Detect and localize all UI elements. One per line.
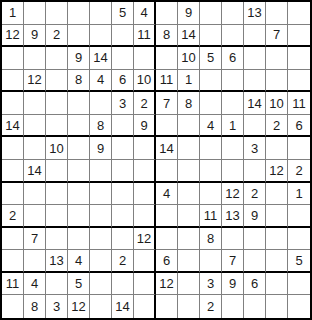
cell-r10c5[interactable] xyxy=(90,205,112,228)
cell-r2c12[interactable] xyxy=(244,25,266,48)
cell-r10c9[interactable] xyxy=(178,205,200,228)
cell-r2c6[interactable] xyxy=(112,25,134,48)
cell-r6c3[interactable] xyxy=(46,115,68,138)
cell-r4c14[interactable] xyxy=(288,70,310,93)
cell-r4c6[interactable]: 6 xyxy=(112,70,134,93)
cell-r6c13[interactable]: 2 xyxy=(266,115,288,138)
cell-r12c14[interactable]: 5 xyxy=(288,250,310,273)
cell-r5c12[interactable]: 14 xyxy=(244,92,266,115)
cell-r2c3[interactable]: 2 xyxy=(46,25,68,48)
cell-r14c4[interactable]: 12 xyxy=(68,295,90,318)
cell-r1c7[interactable]: 4 xyxy=(134,2,156,25)
cell-r3c8[interactable] xyxy=(156,47,178,70)
cell-r12c9[interactable] xyxy=(178,250,200,273)
cell-r3c11[interactable]: 6 xyxy=(222,47,244,70)
cell-r1c13[interactable] xyxy=(266,2,288,25)
cell-r4c4[interactable]: 8 xyxy=(68,70,90,93)
cell-r4c7[interactable]: 10 xyxy=(134,70,156,93)
cell-r9c6[interactable] xyxy=(112,183,134,206)
cell-r11c6[interactable] xyxy=(112,228,134,251)
cell-r11c3[interactable] xyxy=(46,228,68,251)
cell-r8c4[interactable] xyxy=(68,160,90,183)
cell-r1c3[interactable] xyxy=(46,2,68,25)
cell-r14c2[interactable]: 8 xyxy=(24,295,46,318)
cell-r2c10[interactable] xyxy=(200,25,222,48)
cell-r10c7[interactable] xyxy=(134,205,156,228)
cell-r4c2[interactable]: 12 xyxy=(24,70,46,93)
cell-r13c12[interactable]: 6 xyxy=(244,273,266,296)
cell-r7c9[interactable] xyxy=(178,137,200,160)
cell-r5c6[interactable]: 3 xyxy=(112,92,134,115)
cell-r1c11[interactable] xyxy=(222,2,244,25)
cell-r8c1[interactable] xyxy=(2,160,24,183)
cell-r9c11[interactable]: 12 xyxy=(222,183,244,206)
cell-r8c8[interactable] xyxy=(156,160,178,183)
cell-r14c5[interactable] xyxy=(90,295,112,318)
cell-r4c3[interactable] xyxy=(46,70,68,93)
cell-r8c11[interactable] xyxy=(222,160,244,183)
cell-r7c13[interactable] xyxy=(266,137,288,160)
cell-r12c5[interactable] xyxy=(90,250,112,273)
cell-r14c7[interactable] xyxy=(134,295,156,318)
cell-r6c1[interactable]: 14 xyxy=(2,115,24,138)
cell-r1c14[interactable] xyxy=(288,2,310,25)
cell-r14c6[interactable]: 14 xyxy=(112,295,134,318)
cell-r11c12[interactable] xyxy=(244,228,266,251)
cell-r13c5[interactable] xyxy=(90,273,112,296)
cell-r4c9[interactable]: 1 xyxy=(178,70,200,93)
cell-r9c2[interactable] xyxy=(24,183,46,206)
cell-r11c14[interactable] xyxy=(288,228,310,251)
cell-r10c14[interactable] xyxy=(288,205,310,228)
cell-r7c2[interactable] xyxy=(24,137,46,160)
cell-r10c12[interactable]: 9 xyxy=(244,205,266,228)
cell-r7c8[interactable]: 14 xyxy=(156,137,178,160)
cell-r14c13[interactable] xyxy=(266,295,288,318)
cell-r12c8[interactable]: 6 xyxy=(156,250,178,273)
cell-r12c13[interactable] xyxy=(266,250,288,273)
cell-r13c8[interactable]: 12 xyxy=(156,273,178,296)
cell-r8c5[interactable] xyxy=(90,160,112,183)
cell-r9c10[interactable] xyxy=(200,183,222,206)
sudoku-board: 1549131292118147914105612846101113278141… xyxy=(0,0,312,320)
cell-r6c10[interactable]: 4 xyxy=(200,115,222,138)
cell-r2c5[interactable] xyxy=(90,25,112,48)
cell-r2c4[interactable] xyxy=(68,25,90,48)
cell-r5c14[interactable]: 11 xyxy=(288,92,310,115)
cell-r10c13[interactable] xyxy=(266,205,288,228)
cell-r4c12[interactable] xyxy=(244,70,266,93)
cell-r13c10[interactable]: 3 xyxy=(200,273,222,296)
cell-r10c6[interactable] xyxy=(112,205,134,228)
cell-r11c8[interactable] xyxy=(156,228,178,251)
cell-r10c3[interactable] xyxy=(46,205,68,228)
cell-r4c8[interactable]: 11 xyxy=(156,70,178,93)
cell-r14c10[interactable]: 2 xyxy=(200,295,222,318)
cell-r14c12[interactable] xyxy=(244,295,266,318)
cell-r3c6[interactable] xyxy=(112,47,134,70)
cell-r6c12[interactable] xyxy=(244,115,266,138)
cell-r9c13[interactable] xyxy=(266,183,288,206)
cell-r11c10[interactable]: 8 xyxy=(200,228,222,251)
cell-r12c4[interactable]: 4 xyxy=(68,250,90,273)
cell-r6c8[interactable] xyxy=(156,115,178,138)
cell-r7c11[interactable] xyxy=(222,137,244,160)
cell-r7c10[interactable] xyxy=(200,137,222,160)
cell-r10c2[interactable] xyxy=(24,205,46,228)
cell-r6c11[interactable]: 1 xyxy=(222,115,244,138)
cell-r3c13[interactable] xyxy=(266,47,288,70)
cell-r8c3[interactable] xyxy=(46,160,68,183)
cell-r13c3[interactable] xyxy=(46,273,68,296)
cell-r3c9[interactable]: 10 xyxy=(178,47,200,70)
cell-r9c8[interactable]: 4 xyxy=(156,183,178,206)
cell-r12c3[interactable]: 13 xyxy=(46,250,68,273)
cell-r3c12[interactable] xyxy=(244,47,266,70)
cell-r8c13[interactable]: 12 xyxy=(266,160,288,183)
cell-r8c9[interactable] xyxy=(178,160,200,183)
cell-r4c13[interactable] xyxy=(266,70,288,93)
cell-r1c12[interactable]: 13 xyxy=(244,2,266,25)
cell-r7c7[interactable] xyxy=(134,137,156,160)
cell-r11c7[interactable]: 12 xyxy=(134,228,156,251)
cell-r7c14[interactable] xyxy=(288,137,310,160)
cell-r9c14[interactable]: 1 xyxy=(288,183,310,206)
cell-r2c11[interactable] xyxy=(222,25,244,48)
cell-r10c4[interactable] xyxy=(68,205,90,228)
cell-r9c3[interactable] xyxy=(46,183,68,206)
cell-r9c1[interactable] xyxy=(2,183,24,206)
cell-r12c2[interactable] xyxy=(24,250,46,273)
cell-r8c2[interactable]: 14 xyxy=(24,160,46,183)
cell-r2c13[interactable]: 7 xyxy=(266,25,288,48)
cell-r3c1[interactable] xyxy=(2,47,24,70)
cell-r8c7[interactable] xyxy=(134,160,156,183)
cell-r4c1[interactable] xyxy=(2,70,24,93)
cell-r11c11[interactable] xyxy=(222,228,244,251)
cell-r7c1[interactable] xyxy=(2,137,24,160)
cell-r2c2[interactable]: 9 xyxy=(24,25,46,48)
cell-r12c7[interactable] xyxy=(134,250,156,273)
cell-r6c2[interactable] xyxy=(24,115,46,138)
cell-r13c14[interactable] xyxy=(288,273,310,296)
cell-r3c5[interactable]: 14 xyxy=(90,47,112,70)
cell-r9c5[interactable] xyxy=(90,183,112,206)
cell-r13c2[interactable]: 4 xyxy=(24,273,46,296)
cell-r1c6[interactable]: 5 xyxy=(112,2,134,25)
cell-r5c2[interactable] xyxy=(24,92,46,115)
cell-r13c9[interactable] xyxy=(178,273,200,296)
cell-r6c7[interactable]: 9 xyxy=(134,115,156,138)
cell-r10c11[interactable]: 13 xyxy=(222,205,244,228)
cell-r13c4[interactable]: 5 xyxy=(68,273,90,296)
cell-r13c6[interactable] xyxy=(112,273,134,296)
cell-r12c6[interactable]: 2 xyxy=(112,250,134,273)
cell-r3c3[interactable] xyxy=(46,47,68,70)
cell-r7c4[interactable] xyxy=(68,137,90,160)
cell-r14c9[interactable] xyxy=(178,295,200,318)
cell-r4c5[interactable]: 4 xyxy=(90,70,112,93)
cell-r1c8[interactable] xyxy=(156,2,178,25)
cell-r5c5[interactable] xyxy=(90,92,112,115)
cell-r14c1[interactable] xyxy=(2,295,24,318)
cell-r6c9[interactable] xyxy=(178,115,200,138)
cell-r11c1[interactable] xyxy=(2,228,24,251)
cell-r8c12[interactable] xyxy=(244,160,266,183)
cell-r3c14[interactable] xyxy=(288,47,310,70)
cell-r5c9[interactable]: 8 xyxy=(178,92,200,115)
cell-r3c4[interactable]: 9 xyxy=(68,47,90,70)
cell-r13c1[interactable]: 11 xyxy=(2,273,24,296)
cell-r5c3[interactable] xyxy=(46,92,68,115)
cell-r7c3[interactable]: 10 xyxy=(46,137,68,160)
cell-r8c14[interactable]: 2 xyxy=(288,160,310,183)
cell-r9c12[interactable]: 2 xyxy=(244,183,266,206)
cell-r5c1[interactable] xyxy=(2,92,24,115)
cell-r5c11[interactable] xyxy=(222,92,244,115)
cell-r1c4[interactable] xyxy=(68,2,90,25)
cell-r2c9[interactable]: 14 xyxy=(178,25,200,48)
cell-r2c1[interactable]: 12 xyxy=(2,25,24,48)
cell-r13c11[interactable]: 9 xyxy=(222,273,244,296)
cell-r9c9[interactable] xyxy=(178,183,200,206)
cell-r1c2[interactable] xyxy=(24,2,46,25)
cell-r12c12[interactable] xyxy=(244,250,266,273)
cell-r1c10[interactable] xyxy=(200,2,222,25)
cell-r13c7[interactable] xyxy=(134,273,156,296)
cell-r11c9[interactable] xyxy=(178,228,200,251)
cell-r1c1[interactable]: 1 xyxy=(2,2,24,25)
cell-r1c5[interactable] xyxy=(90,2,112,25)
cell-r14c14[interactable] xyxy=(288,295,310,318)
cell-r2c14[interactable] xyxy=(288,25,310,48)
cell-r13c13[interactable] xyxy=(266,273,288,296)
cell-r6c14[interactable]: 6 xyxy=(288,115,310,138)
cell-r5c13[interactable]: 10 xyxy=(266,92,288,115)
cell-r14c8[interactable] xyxy=(156,295,178,318)
cell-r3c10[interactable]: 5 xyxy=(200,47,222,70)
cell-r4c10[interactable] xyxy=(200,70,222,93)
cell-r6c4[interactable] xyxy=(68,115,90,138)
cell-r2c8[interactable]: 8 xyxy=(156,25,178,48)
cell-r6c6[interactable] xyxy=(112,115,134,138)
cell-r11c4[interactable] xyxy=(68,228,90,251)
cell-r5c10[interactable] xyxy=(200,92,222,115)
cell-r11c13[interactable] xyxy=(266,228,288,251)
cell-r3c2[interactable] xyxy=(24,47,46,70)
cell-r12c11[interactable]: 7 xyxy=(222,250,244,273)
cell-r10c10[interactable]: 11 xyxy=(200,205,222,228)
cell-r10c8[interactable] xyxy=(156,205,178,228)
cell-r5c7[interactable]: 2 xyxy=(134,92,156,115)
cell-r9c4[interactable] xyxy=(68,183,90,206)
cell-r12c10[interactable] xyxy=(200,250,222,273)
cell-r11c5[interactable] xyxy=(90,228,112,251)
cell-r7c5[interactable]: 9 xyxy=(90,137,112,160)
cell-r8c10[interactable] xyxy=(200,160,222,183)
cell-r11c2[interactable]: 7 xyxy=(24,228,46,251)
cell-r1c9[interactable]: 9 xyxy=(178,2,200,25)
cell-r7c6[interactable] xyxy=(112,137,134,160)
cell-r14c3[interactable]: 3 xyxy=(46,295,68,318)
cell-r7c12[interactable]: 3 xyxy=(244,137,266,160)
cell-r4c11[interactable] xyxy=(222,70,244,93)
cell-r6c5[interactable]: 8 xyxy=(90,115,112,138)
cell-r14c11[interactable] xyxy=(222,295,244,318)
cell-r2c7[interactable]: 11 xyxy=(134,25,156,48)
cell-r3c7[interactable] xyxy=(134,47,156,70)
cell-r5c4[interactable] xyxy=(68,92,90,115)
cell-r5c8[interactable]: 7 xyxy=(156,92,178,115)
cell-r9c7[interactable] xyxy=(134,183,156,206)
cell-r12c1[interactable] xyxy=(2,250,24,273)
cell-r8c6[interactable] xyxy=(112,160,134,183)
cell-r10c1[interactable]: 2 xyxy=(2,205,24,228)
